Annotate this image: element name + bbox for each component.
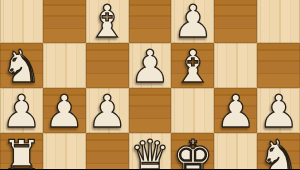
square-f1[interactable] [214, 133, 257, 170]
square-f3[interactable] [214, 43, 257, 88]
square-c4[interactable]: ♝ [86, 0, 129, 43]
square-a2[interactable]: ♟ [0, 88, 43, 133]
square-b4[interactable] [43, 0, 86, 43]
square-f2[interactable]: ♟ [214, 88, 257, 133]
square-e2[interactable] [171, 88, 214, 133]
square-g4[interactable] [257, 0, 300, 43]
chess-board: ♝♟♞♟♝♟♟♟♟♟♜♛♚♞ [0, 0, 300, 169]
white-pawn-piece[interactable]: ♟ [1, 89, 41, 134]
square-c3[interactable] [86, 43, 129, 88]
white-king-piece[interactable]: ♚ [173, 134, 213, 170]
square-d4[interactable] [129, 0, 172, 43]
square-b1[interactable] [43, 133, 86, 170]
square-c2[interactable]: ♟ [86, 88, 129, 133]
chess-board-grid: ♝♟♞♟♝♟♟♟♟♟♜♛♚♞ [0, 0, 300, 169]
white-pawn-piece[interactable]: ♟ [173, 0, 213, 44]
white-rook-piece[interactable]: ♜ [1, 134, 41, 170]
square-e1[interactable]: ♚ [171, 133, 214, 170]
square-g3[interactable] [257, 43, 300, 88]
square-a1[interactable]: ♜ [0, 133, 43, 170]
square-d3[interactable]: ♟ [129, 43, 172, 88]
white-pawn-piece[interactable]: ♟ [44, 89, 84, 134]
square-e3[interactable]: ♝ [171, 43, 214, 88]
square-b3[interactable] [43, 43, 86, 88]
white-queen-piece[interactable]: ♛ [130, 134, 170, 170]
white-bishop-piece[interactable]: ♝ [87, 0, 127, 44]
white-knight-piece[interactable]: ♞ [1, 44, 41, 89]
white-pawn-piece[interactable]: ♟ [258, 89, 298, 134]
white-knight-piece[interactable]: ♞ [258, 134, 298, 170]
white-bishop-piece[interactable]: ♝ [173, 44, 213, 89]
square-a3[interactable]: ♞ [0, 43, 43, 88]
white-pawn-piece[interactable]: ♟ [216, 89, 256, 134]
square-d1[interactable]: ♛ [129, 133, 172, 170]
square-g2[interactable]: ♟ [257, 88, 300, 133]
white-pawn-piece[interactable]: ♟ [87, 89, 127, 134]
square-f4[interactable] [214, 0, 257, 43]
square-g1[interactable]: ♞ [257, 133, 300, 170]
white-pawn-piece[interactable]: ♟ [130, 44, 170, 89]
square-e4[interactable]: ♟ [171, 0, 214, 43]
square-b2[interactable]: ♟ [43, 88, 86, 133]
square-a4[interactable] [0, 0, 43, 43]
square-c1[interactable] [86, 133, 129, 170]
square-d2[interactable] [129, 88, 172, 133]
